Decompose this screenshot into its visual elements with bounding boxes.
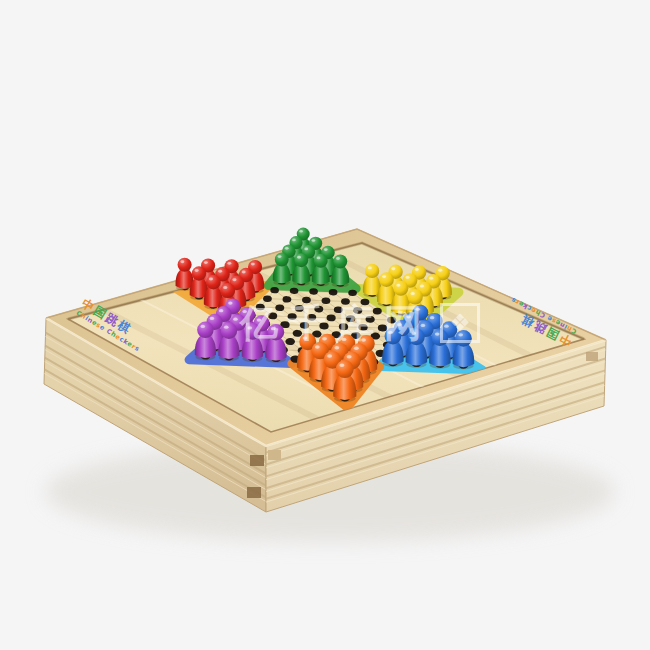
peg-green[interactable] <box>312 254 330 287</box>
peg-purple[interactable] <box>265 324 286 363</box>
finger-joint-notch <box>247 487 261 498</box>
peg-green[interactable] <box>292 253 310 286</box>
peg-orange[interactable] <box>333 360 356 402</box>
peg-blue[interactable] <box>429 329 451 368</box>
finger-joint-notch <box>586 352 598 361</box>
product-photo: 中国跳棋 Chinese Checkers 中国跳棋 Chinese Check… <box>0 0 650 650</box>
peg-purple[interactable] <box>195 322 216 361</box>
peg-green[interactable] <box>331 254 349 287</box>
chinese-checkers-board <box>0 0 650 650</box>
peg-purple[interactable] <box>218 322 239 361</box>
peg-blue[interactable] <box>453 330 475 369</box>
peg-purple[interactable] <box>242 323 263 362</box>
finger-joint-notch <box>250 455 264 466</box>
peg-blue[interactable] <box>382 328 404 367</box>
peg-blue[interactable] <box>406 328 428 367</box>
peg-green[interactable] <box>273 253 291 286</box>
finger-joint-notch <box>268 450 281 460</box>
